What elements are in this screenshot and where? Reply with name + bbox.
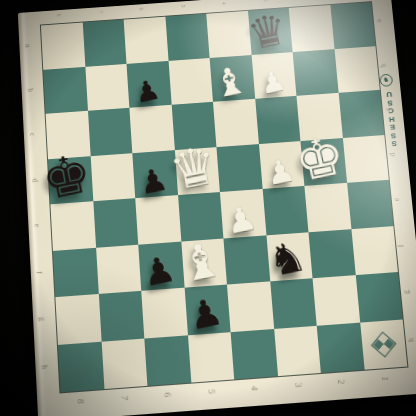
square-d2[interactable]: ♚ xyxy=(300,138,346,186)
coord-label-right-d: d xyxy=(387,152,396,157)
coord-label-right-b: b xyxy=(379,62,388,67)
square-f7[interactable] xyxy=(96,244,142,294)
piece-white-king-d2[interactable]: ♚ xyxy=(290,128,349,188)
checkered-diamond-icon xyxy=(371,331,397,357)
coord-label-bottom-8: 8 xyxy=(76,399,86,404)
square-g4[interactable] xyxy=(227,281,274,331)
wordmark-char: S xyxy=(387,138,402,147)
square-d1[interactable] xyxy=(342,135,388,183)
square-a2[interactable] xyxy=(289,5,334,52)
square-e3[interactable] xyxy=(262,186,308,235)
coord-label-right-g: g xyxy=(401,290,411,295)
square-b6[interactable]: ♟ xyxy=(126,60,171,107)
chessboard-photo: ♛♟♝♟♚♟♛♟♚♟♟♝♞♟ aa88bb77cc66dd55ee44ff33g… xyxy=(0,0,416,416)
coord-label-top-8: 8 xyxy=(55,13,61,16)
board-mat-scene: ♛♟♝♟♚♟♛♟♚♟♟♝♞♟ aa88bb77cc66dd55ee44ff33g… xyxy=(18,0,416,416)
square-a8[interactable] xyxy=(41,23,85,70)
square-b2[interactable] xyxy=(293,49,339,96)
square-d7[interactable] xyxy=(90,153,135,202)
square-h4[interactable] xyxy=(231,328,278,379)
square-h5[interactable] xyxy=(187,332,234,383)
square-g2[interactable] xyxy=(313,275,360,325)
coord-label-left-b: b xyxy=(26,87,35,92)
piece-white-pawn-e4[interactable]: ♟ xyxy=(223,201,260,239)
coord-label-bottom-7: 7 xyxy=(119,396,129,401)
piece-black-pawn-g5[interactable]: ♟ xyxy=(185,294,225,336)
piece-black-pawn-b6[interactable]: ♟ xyxy=(132,77,163,108)
coord-label-top-7: 7 xyxy=(97,10,103,13)
square-a1[interactable] xyxy=(330,2,375,49)
square-f8[interactable] xyxy=(53,247,98,297)
square-f4[interactable] xyxy=(223,235,269,285)
coord-label-bottom-4: 4 xyxy=(250,386,260,391)
coord-label-left-f: f xyxy=(35,270,44,274)
square-a3[interactable]: ♛ xyxy=(247,8,292,55)
square-g8[interactable] xyxy=(55,294,101,344)
square-g7[interactable] xyxy=(98,291,144,341)
coord-label-right-e: e xyxy=(392,197,401,201)
piece-white-pawn-b3[interactable]: ♟ xyxy=(257,68,288,99)
square-b7[interactable] xyxy=(85,63,129,110)
coord-label-left-h: h xyxy=(40,364,50,369)
us-chess-knight-badge-icon: ♞ xyxy=(379,74,393,87)
coord-label-left-d: d xyxy=(30,177,39,182)
square-d4[interactable] xyxy=(216,144,262,192)
square-e4[interactable]: ♟ xyxy=(220,189,266,238)
square-a7[interactable] xyxy=(82,20,126,67)
square-h3[interactable] xyxy=(274,325,321,376)
square-h7[interactable] xyxy=(101,338,147,389)
coord-label-bottom-1: 1 xyxy=(380,376,390,381)
coord-label-right-f: f xyxy=(396,244,405,248)
coord-label-right-a: a xyxy=(374,19,383,23)
square-d5[interactable]: ♛ xyxy=(174,147,220,195)
chess-board[interactable]: ♛♟♝♟♚♟♛♟♚♟♟♝♞♟ xyxy=(40,1,409,393)
square-f3[interactable]: ♞ xyxy=(266,232,313,282)
square-a6[interactable] xyxy=(124,17,168,64)
square-b1[interactable] xyxy=(334,46,380,93)
piece-white-bishop-f5[interactable]: ♝ xyxy=(175,236,227,290)
square-e7[interactable] xyxy=(93,198,138,247)
square-b8[interactable] xyxy=(43,66,87,113)
square-f2[interactable] xyxy=(308,229,355,279)
coord-label-top-6: 6 xyxy=(138,7,144,10)
square-h6[interactable] xyxy=(144,335,191,386)
piece-white-pawn-d3[interactable]: ♟ xyxy=(263,154,298,189)
square-g1[interactable] xyxy=(355,272,402,322)
vinyl-mat: ♛♟♝♟♚♟♛♟♚♟♟♝♞♟ aa88bb77cc66dd55ee44ff33g… xyxy=(18,0,416,416)
square-h8[interactable] xyxy=(58,341,104,392)
coord-label-right-h: h xyxy=(406,337,416,342)
piece-black-pawn-f6[interactable]: ♟ xyxy=(140,251,179,291)
square-a5[interactable] xyxy=(165,14,210,61)
coord-label-bottom-6: 6 xyxy=(163,392,173,397)
coord-label-left-a: a xyxy=(23,44,32,48)
piece-white-bishop-b4[interactable]: ♝ xyxy=(209,61,250,103)
square-f5[interactable]: ♝ xyxy=(181,238,227,288)
coord-label-bottom-2: 2 xyxy=(336,379,346,384)
coord-label-left-c: c xyxy=(28,132,37,136)
coord-label-top-5: 5 xyxy=(179,4,185,7)
square-b4[interactable]: ♝ xyxy=(210,55,255,102)
piece-white-queen-d5[interactable]: ♛ xyxy=(165,140,222,198)
square-h2[interactable] xyxy=(317,322,364,373)
square-d8[interactable]: ♚ xyxy=(48,156,93,205)
coord-label-bottom-3: 3 xyxy=(293,383,303,388)
square-b5[interactable] xyxy=(168,58,213,105)
square-h1[interactable] xyxy=(360,319,408,370)
coord-label-top-4: 4 xyxy=(220,2,226,5)
square-c1[interactable] xyxy=(338,90,384,138)
piece-black-king-d8[interactable]: ♚ xyxy=(38,147,96,207)
coord-label-top-3: 3 xyxy=(262,0,268,2)
piece-black-knight-f3[interactable]: ♞ xyxy=(264,236,310,283)
piece-black-pawn-d6[interactable]: ♟ xyxy=(136,163,170,198)
piece-black-queen-a3[interactable]: ♛ xyxy=(244,9,292,56)
square-g6[interactable] xyxy=(141,288,187,338)
square-f1[interactable] xyxy=(351,226,398,276)
square-e1[interactable] xyxy=(347,180,394,229)
board-grid: ♛♟♝♟♚♟♛♟♚♟♟♝♞♟ xyxy=(41,2,407,392)
coord-label-left-e: e xyxy=(33,223,42,227)
coord-label-left-g: g xyxy=(38,316,47,321)
coord-label-bottom-5: 5 xyxy=(206,389,216,394)
square-c7[interactable] xyxy=(87,108,132,156)
